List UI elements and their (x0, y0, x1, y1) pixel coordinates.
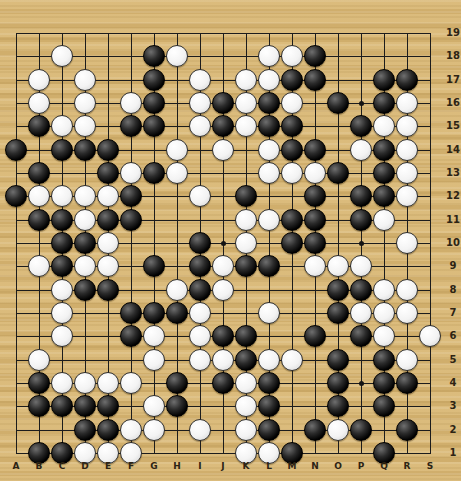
stone-black (51, 139, 73, 161)
stone-black (74, 279, 96, 301)
row-label: 18 (441, 50, 461, 61)
row-label: 6 (441, 330, 461, 341)
column-label: O (328, 461, 348, 471)
stone-black (166, 302, 188, 324)
star-point (359, 101, 364, 106)
stone-black (120, 185, 142, 207)
column-label: R (397, 461, 417, 471)
stone-white (51, 45, 73, 67)
stone-white (212, 255, 234, 277)
stone-black (97, 139, 119, 161)
stone-black (373, 69, 395, 91)
stone-black (373, 162, 395, 184)
column-label: C (52, 461, 72, 471)
stone-white (235, 419, 257, 441)
stone-white (373, 302, 395, 324)
stone-black (143, 162, 165, 184)
stone-black (281, 115, 303, 137)
stone-white (74, 92, 96, 114)
stone-white (396, 349, 418, 371)
stone-black (28, 395, 50, 417)
stone-black (212, 325, 234, 347)
star-point (359, 241, 364, 246)
row-label: 10 (441, 237, 461, 248)
stone-white (258, 302, 280, 324)
stone-white (97, 185, 119, 207)
stone-white (166, 162, 188, 184)
stone-white (327, 419, 349, 441)
stone-white (74, 255, 96, 277)
stone-white (396, 162, 418, 184)
stone-black (51, 209, 73, 231)
stone-white (258, 162, 280, 184)
stone-black (120, 115, 142, 137)
stone-white (120, 92, 142, 114)
stone-white (281, 349, 303, 371)
stone-black (327, 92, 349, 114)
stone-white (166, 139, 188, 161)
stone-white (74, 69, 96, 91)
stone-white (258, 209, 280, 231)
stone-white (28, 349, 50, 371)
stone-white (97, 255, 119, 277)
stone-black (396, 69, 418, 91)
stone-black (74, 232, 96, 254)
stone-white (212, 349, 234, 371)
stone-black (120, 302, 142, 324)
stone-white (235, 395, 257, 417)
stone-white (281, 45, 303, 67)
stone-black (28, 162, 50, 184)
stone-white (396, 139, 418, 161)
stone-black (350, 185, 372, 207)
column-label: J (213, 461, 233, 471)
stone-black (97, 395, 119, 417)
stone-white (51, 302, 73, 324)
row-label: 17 (441, 74, 461, 85)
column-label: P (351, 461, 371, 471)
stone-white (212, 279, 234, 301)
row-label: 19 (441, 27, 461, 38)
column-label: L (259, 461, 279, 471)
stone-black (74, 395, 96, 417)
stone-black (373, 349, 395, 371)
stone-black (28, 115, 50, 137)
stone-white (120, 419, 142, 441)
stone-black (350, 325, 372, 347)
stone-black (281, 232, 303, 254)
stone-black (235, 325, 257, 347)
stone-black (212, 115, 234, 137)
stone-white (51, 279, 73, 301)
stone-black (51, 255, 73, 277)
stone-black (235, 185, 257, 207)
stone-black (258, 115, 280, 137)
stone-black (189, 279, 211, 301)
stone-white (28, 69, 50, 91)
stone-white (97, 372, 119, 394)
stone-white (258, 69, 280, 91)
stone-black (327, 302, 349, 324)
stone-black (166, 372, 188, 394)
stone-black (5, 139, 27, 161)
row-label: 9 (441, 260, 461, 271)
stone-black (258, 395, 280, 417)
stone-white (350, 255, 372, 277)
stone-black (97, 209, 119, 231)
stone-black (373, 372, 395, 394)
stone-white (235, 209, 257, 231)
stone-white (74, 115, 96, 137)
stone-black (74, 139, 96, 161)
stone-white (419, 325, 441, 347)
stone-black (304, 209, 326, 231)
stone-black (327, 279, 349, 301)
stone-white (396, 92, 418, 114)
stone-white (281, 162, 303, 184)
stone-white (373, 115, 395, 137)
stone-white (51, 115, 73, 137)
row-label: 2 (441, 424, 461, 435)
stone-black (166, 395, 188, 417)
stone-white (143, 419, 165, 441)
stone-black (373, 139, 395, 161)
column-label: B (29, 461, 49, 471)
row-label: 13 (441, 167, 461, 178)
stone-black (97, 279, 119, 301)
stone-black (304, 419, 326, 441)
stone-white (235, 232, 257, 254)
row-label: 1 (441, 447, 461, 458)
stone-black (258, 92, 280, 114)
stone-black (304, 232, 326, 254)
stone-black (143, 92, 165, 114)
stone-white (51, 325, 73, 347)
stone-white (235, 115, 257, 137)
stone-black (304, 185, 326, 207)
stone-black (51, 395, 73, 417)
stone-black (396, 419, 418, 441)
stone-black (281, 209, 303, 231)
stone-white (396, 232, 418, 254)
stone-white (189, 69, 211, 91)
stone-white (235, 69, 257, 91)
stone-white (258, 139, 280, 161)
column-label: S (420, 461, 440, 471)
row-label: 12 (441, 190, 461, 201)
stone-black (281, 69, 303, 91)
stone-black (373, 185, 395, 207)
stone-black (143, 115, 165, 137)
stone-black (327, 162, 349, 184)
stone-black (143, 45, 165, 67)
stone-black (258, 372, 280, 394)
stone-black (304, 325, 326, 347)
stone-black (5, 185, 27, 207)
stone-white (396, 279, 418, 301)
stone-white (74, 185, 96, 207)
stone-white (281, 92, 303, 114)
column-label: E (98, 461, 118, 471)
stone-black (189, 232, 211, 254)
stone-white (189, 302, 211, 324)
stone-black (350, 279, 372, 301)
stone-white (28, 255, 50, 277)
stone-white (143, 395, 165, 417)
stone-white (396, 302, 418, 324)
stone-white (350, 139, 372, 161)
stone-black (327, 349, 349, 371)
row-label: 7 (441, 307, 461, 318)
stone-white (350, 302, 372, 324)
grid-line (430, 33, 431, 454)
column-label: F (121, 461, 141, 471)
row-label: 15 (441, 120, 461, 131)
row-label: 8 (441, 284, 461, 295)
stone-black (97, 419, 119, 441)
stone-black (304, 139, 326, 161)
stone-black (373, 395, 395, 417)
row-label: 11 (441, 214, 461, 225)
stone-white (396, 185, 418, 207)
stone-white (235, 372, 257, 394)
row-label: 3 (441, 400, 461, 411)
column-label: G (144, 461, 164, 471)
stone-white (28, 92, 50, 114)
stone-white (51, 185, 73, 207)
star-point (221, 241, 226, 246)
stone-white (74, 209, 96, 231)
row-label: 4 (441, 377, 461, 388)
go-board[interactable]: ABCDEFGHIJKLMNOPQRS191817161514131211109… (0, 0, 461, 481)
stone-white (120, 372, 142, 394)
column-label: D (75, 461, 95, 471)
stone-black (189, 255, 211, 277)
column-label: M (282, 461, 302, 471)
stone-black (97, 162, 119, 184)
stone-black (235, 255, 257, 277)
stone-white (304, 162, 326, 184)
stone-black (120, 325, 142, 347)
stone-white (212, 139, 234, 161)
stone-white (28, 185, 50, 207)
stone-white (304, 255, 326, 277)
stone-white (189, 115, 211, 137)
stone-white (327, 255, 349, 277)
stone-black (120, 209, 142, 231)
row-label: 14 (441, 144, 461, 155)
row-label: 5 (441, 354, 461, 365)
stone-black (258, 419, 280, 441)
column-label: Q (374, 461, 394, 471)
stone-black (350, 115, 372, 137)
stone-black (327, 372, 349, 394)
stone-black (327, 395, 349, 417)
stone-white (396, 115, 418, 137)
stone-black (350, 419, 372, 441)
stone-white (373, 279, 395, 301)
stone-black (28, 372, 50, 394)
stone-black (373, 92, 395, 114)
column-label: N (305, 461, 325, 471)
stone-white (143, 349, 165, 371)
stone-black (258, 255, 280, 277)
stone-white (189, 185, 211, 207)
stone-white (258, 45, 280, 67)
stone-black (143, 255, 165, 277)
stone-white (189, 92, 211, 114)
stone-white (166, 279, 188, 301)
stone-white (373, 325, 395, 347)
stone-white (373, 209, 395, 231)
column-label: K (236, 461, 256, 471)
stone-white (189, 325, 211, 347)
stone-white (235, 92, 257, 114)
stone-white (74, 372, 96, 394)
stone-white (97, 232, 119, 254)
stone-black (143, 302, 165, 324)
column-label: I (190, 461, 210, 471)
column-label: H (167, 461, 187, 471)
stone-black (304, 69, 326, 91)
stone-black (212, 372, 234, 394)
stone-black (304, 45, 326, 67)
row-label: 16 (441, 97, 461, 108)
stone-white (189, 419, 211, 441)
stone-white (189, 349, 211, 371)
stone-white (166, 45, 188, 67)
stone-white (143, 325, 165, 347)
stone-black (28, 209, 50, 231)
stone-black (74, 419, 96, 441)
star-point (359, 381, 364, 386)
stone-black (212, 92, 234, 114)
stone-black (350, 209, 372, 231)
column-label: A (6, 461, 26, 471)
stone-white (258, 349, 280, 371)
stone-black (235, 349, 257, 371)
stone-black (281, 139, 303, 161)
stone-black (396, 372, 418, 394)
stone-white (120, 162, 142, 184)
stone-black (51, 232, 73, 254)
stone-black (143, 69, 165, 91)
stone-white (51, 372, 73, 394)
